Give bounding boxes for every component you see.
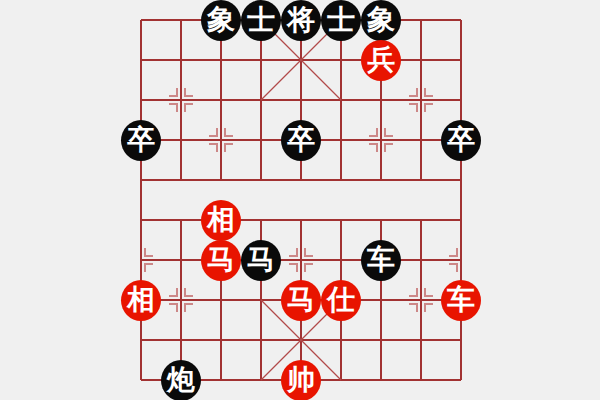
cell-2-4[interactable] xyxy=(201,160,241,200)
cell-3-5[interactable] xyxy=(241,200,281,240)
piece-black-general[interactable]: 将 xyxy=(281,0,321,41)
cell-6-2[interactable] xyxy=(361,80,401,120)
cell-1-1[interactable] xyxy=(161,40,201,80)
cell-1-6[interactable] xyxy=(161,240,201,280)
piece-red-horse[interactable]: 马 xyxy=(201,240,241,281)
piece-black-soldier[interactable]: 卒 xyxy=(441,120,481,161)
piece-black-soldier[interactable]: 卒 xyxy=(121,120,161,161)
piece-black-advisor[interactable]: 士 xyxy=(321,0,361,41)
cell-7-9[interactable] xyxy=(401,360,441,400)
cell-8-0[interactable] xyxy=(441,0,481,40)
cell-4-7[interactable]: 马 xyxy=(281,280,321,320)
cell-7-7[interactable] xyxy=(401,280,441,320)
cell-3-3[interactable] xyxy=(241,120,281,160)
cell-1-0[interactable] xyxy=(161,0,201,40)
cell-0-4[interactable] xyxy=(121,160,161,200)
cell-5-2[interactable] xyxy=(321,80,361,120)
xiangqi-board: 象士将士象兵卒卒卒相马马车相马仕车炮帅 xyxy=(121,0,481,400)
cell-2-8[interactable] xyxy=(201,320,241,360)
cell-3-0[interactable]: 士 xyxy=(241,0,281,40)
piece-black-chariot[interactable]: 车 xyxy=(361,240,401,281)
screen: { "game": "xiangqi", "position": { "fen"… xyxy=(0,0,600,400)
cell-5-4[interactable] xyxy=(321,160,361,200)
piece-red-elephant[interactable]: 相 xyxy=(201,200,241,241)
cell-3-1[interactable] xyxy=(241,40,281,80)
cell-2-6[interactable]: 马 xyxy=(201,240,241,280)
cell-3-8[interactable] xyxy=(241,320,281,360)
cell-0-8[interactable] xyxy=(121,320,161,360)
cell-1-7[interactable] xyxy=(161,280,201,320)
piece-black-elephant[interactable]: 象 xyxy=(201,0,241,41)
cell-0-1[interactable] xyxy=(121,40,161,80)
cell-5-3[interactable] xyxy=(321,120,361,160)
cell-1-3[interactable] xyxy=(161,120,201,160)
cell-8-7[interactable]: 车 xyxy=(441,280,481,320)
cell-0-9[interactable] xyxy=(121,360,161,400)
cell-6-8[interactable] xyxy=(361,320,401,360)
cell-2-9[interactable] xyxy=(201,360,241,400)
cell-3-7[interactable] xyxy=(241,280,281,320)
piece-red-soldier[interactable]: 兵 xyxy=(361,40,401,81)
cell-4-5[interactable] xyxy=(281,200,321,240)
cell-5-9[interactable] xyxy=(321,360,361,400)
cell-3-2[interactable] xyxy=(241,80,281,120)
piece-black-horse[interactable]: 马 xyxy=(241,240,281,281)
cell-8-5[interactable] xyxy=(441,200,481,240)
cell-5-6[interactable] xyxy=(321,240,361,280)
cell-2-7[interactable] xyxy=(201,280,241,320)
cell-8-9[interactable] xyxy=(441,360,481,400)
cell-3-9[interactable] xyxy=(241,360,281,400)
piece-red-horse[interactable]: 马 xyxy=(281,280,321,321)
cell-4-4[interactable] xyxy=(281,160,321,200)
piece-red-advisor[interactable]: 仕 xyxy=(321,280,361,321)
cell-3-4[interactable] xyxy=(241,160,281,200)
cell-7-4[interactable] xyxy=(401,160,441,200)
cell-6-0[interactable]: 象 xyxy=(361,0,401,40)
cell-6-6[interactable]: 车 xyxy=(361,240,401,280)
cell-0-2[interactable] xyxy=(121,80,161,120)
piece-black-elephant[interactable]: 象 xyxy=(361,0,401,41)
cell-1-4[interactable] xyxy=(161,160,201,200)
cell-7-0[interactable] xyxy=(401,0,441,40)
cell-0-7[interactable]: 相 xyxy=(121,280,161,320)
cell-4-3[interactable]: 卒 xyxy=(281,120,321,160)
cell-7-3[interactable] xyxy=(401,120,441,160)
cell-0-6[interactable] xyxy=(121,240,161,280)
piece-red-chariot[interactable]: 车 xyxy=(441,280,481,321)
cell-6-1[interactable]: 兵 xyxy=(361,40,401,80)
cell-2-3[interactable] xyxy=(201,120,241,160)
cell-5-0[interactable]: 士 xyxy=(321,0,361,40)
piece-black-cannon[interactable]: 炮 xyxy=(161,360,201,400)
cell-7-5[interactable] xyxy=(401,200,441,240)
cell-6-4[interactable] xyxy=(361,160,401,200)
cell-2-5[interactable]: 相 xyxy=(201,200,241,240)
cell-2-2[interactable] xyxy=(201,80,241,120)
cell-7-1[interactable] xyxy=(401,40,441,80)
cell-7-2[interactable] xyxy=(401,80,441,120)
piece-red-general[interactable]: 帅 xyxy=(281,360,321,400)
cell-4-2[interactable] xyxy=(281,80,321,120)
cell-7-8[interactable] xyxy=(401,320,441,360)
cell-6-7[interactable] xyxy=(361,280,401,320)
cell-4-0[interactable]: 将 xyxy=(281,0,321,40)
cell-1-5[interactable] xyxy=(161,200,201,240)
cell-2-0[interactable]: 象 xyxy=(201,0,241,40)
cell-4-8[interactable] xyxy=(281,320,321,360)
cell-5-5[interactable] xyxy=(321,200,361,240)
cell-5-8[interactable] xyxy=(321,320,361,360)
cell-2-1[interactable] xyxy=(201,40,241,80)
cell-5-1[interactable] xyxy=(321,40,361,80)
cell-8-6[interactable] xyxy=(441,240,481,280)
cell-0-5[interactable] xyxy=(121,200,161,240)
piece-black-advisor[interactable]: 士 xyxy=(241,0,281,41)
cell-0-3[interactable]: 卒 xyxy=(121,120,161,160)
cell-1-2[interactable] xyxy=(161,80,201,120)
piece-black-soldier[interactable]: 卒 xyxy=(281,120,321,161)
cell-4-1[interactable] xyxy=(281,40,321,80)
cell-1-8[interactable] xyxy=(161,320,201,360)
cell-6-3[interactable] xyxy=(361,120,401,160)
cell-7-6[interactable] xyxy=(401,240,441,280)
cell-4-6[interactable] xyxy=(281,240,321,280)
cell-1-9[interactable]: 炮 xyxy=(161,360,201,400)
board-grid: 象士将士象兵卒卒卒相马马车相马仕车炮帅 xyxy=(121,0,481,400)
piece-red-elephant[interactable]: 相 xyxy=(121,280,161,321)
cell-8-8[interactable] xyxy=(441,320,481,360)
cell-5-7[interactable]: 仕 xyxy=(321,280,361,320)
cell-6-9[interactable] xyxy=(361,360,401,400)
cell-6-5[interactable] xyxy=(361,200,401,240)
cell-8-2[interactable] xyxy=(441,80,481,120)
cell-4-9[interactable]: 帅 xyxy=(281,360,321,400)
cell-8-4[interactable] xyxy=(441,160,481,200)
cell-8-3[interactable]: 卒 xyxy=(441,120,481,160)
cell-3-6[interactable]: 马 xyxy=(241,240,281,280)
cell-0-0[interactable] xyxy=(121,0,161,40)
cell-8-1[interactable] xyxy=(441,40,481,80)
